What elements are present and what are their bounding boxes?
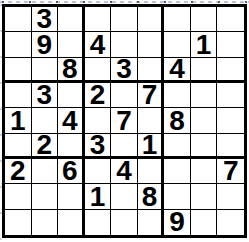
- cell-r4c9[interactable]: [217, 83, 244, 108]
- cell-r7c7[interactable]: [164, 159, 191, 184]
- cell-r9c1[interactable]: [5, 210, 32, 235]
- cell-r9c7[interactable]: 9: [164, 210, 191, 235]
- cell-r4c4[interactable]: 2: [85, 83, 112, 108]
- cell-r1c5[interactable]: [111, 7, 138, 32]
- cell-r1c1[interactable]: [5, 7, 32, 32]
- sudoku-board: 394183432714782312647189: [2, 4, 247, 238]
- cell-r1c9[interactable]: [217, 7, 244, 32]
- cell-r5c4[interactable]: [85, 108, 112, 133]
- cell-r5c2[interactable]: [32, 108, 59, 133]
- cell-r9c3[interactable]: [58, 210, 85, 235]
- cell-r2c3[interactable]: [58, 32, 85, 57]
- cell-r6c9[interactable]: [217, 134, 244, 159]
- cell-r4c3[interactable]: [58, 83, 85, 108]
- cell-r4c7[interactable]: [164, 83, 191, 108]
- cell-r6c5[interactable]: [111, 134, 138, 159]
- cell-r7c1[interactable]: 2: [5, 159, 32, 184]
- cell-r1c4[interactable]: [85, 7, 112, 32]
- cell-r9c2[interactable]: [32, 210, 59, 235]
- cell-r6c3[interactable]: [58, 134, 85, 159]
- cell-r5c9[interactable]: [217, 108, 244, 133]
- cell-r7c6[interactable]: [138, 159, 165, 184]
- cell-r8c9[interactable]: [217, 184, 244, 209]
- cell-r3c3[interactable]: 8: [58, 58, 85, 83]
- cell-r8c8[interactable]: [191, 184, 218, 209]
- cell-r9c6[interactable]: [138, 210, 165, 235]
- cell-r8c7[interactable]: [164, 184, 191, 209]
- cell-r8c4[interactable]: 1: [85, 184, 112, 209]
- cutoff-gridline-remnant-top: [0, 1, 249, 3]
- cell-r4c1[interactable]: [5, 83, 32, 108]
- cell-r1c6[interactable]: [138, 7, 165, 32]
- cell-r2c7[interactable]: [164, 32, 191, 57]
- cell-r6c4[interactable]: 3: [85, 134, 112, 159]
- cell-r5c8[interactable]: [191, 108, 218, 133]
- cell-r1c3[interactable]: [58, 7, 85, 32]
- cell-r8c1[interactable]: [5, 184, 32, 209]
- cell-r6c1[interactable]: [5, 134, 32, 159]
- cell-r9c8[interactable]: [191, 210, 218, 235]
- cell-r3c5[interactable]: 3: [111, 58, 138, 83]
- cell-r8c3[interactable]: [58, 184, 85, 209]
- cell-r5c1[interactable]: 1: [5, 108, 32, 133]
- cell-r8c6[interactable]: 8: [138, 184, 165, 209]
- cell-r3c1[interactable]: [5, 58, 32, 83]
- cell-r1c8[interactable]: [191, 7, 218, 32]
- cell-r2c2[interactable]: 9: [32, 32, 59, 57]
- cell-r6c8[interactable]: [191, 134, 218, 159]
- cell-r7c8[interactable]: [191, 159, 218, 184]
- cell-r4c8[interactable]: [191, 83, 218, 108]
- cell-r5c6[interactable]: [138, 108, 165, 133]
- cell-r2c9[interactable]: [217, 32, 244, 57]
- cell-r8c2[interactable]: [32, 184, 59, 209]
- cell-r2c8[interactable]: 1: [191, 32, 218, 57]
- cell-r3c6[interactable]: [138, 58, 165, 83]
- cell-r9c9[interactable]: [217, 210, 244, 235]
- cell-r4c6[interactable]: 7: [138, 83, 165, 108]
- cell-r7c4[interactable]: [85, 159, 112, 184]
- cell-r3c8[interactable]: [191, 58, 218, 83]
- cell-r2c1[interactable]: [5, 32, 32, 57]
- cell-r6c2[interactable]: 2: [32, 134, 59, 159]
- cell-r7c3[interactable]: 6: [58, 159, 85, 184]
- cell-r7c5[interactable]: 4: [111, 159, 138, 184]
- cell-r3c7[interactable]: 4: [164, 58, 191, 83]
- cell-r3c2[interactable]: [32, 58, 59, 83]
- cell-r3c9[interactable]: [217, 58, 244, 83]
- cell-r4c5[interactable]: [111, 83, 138, 108]
- cell-r5c3[interactable]: 4: [58, 108, 85, 133]
- cell-r2c5[interactable]: [111, 32, 138, 57]
- cell-r4c2[interactable]: 3: [32, 83, 59, 108]
- cell-r5c7[interactable]: 8: [164, 108, 191, 133]
- cell-r7c9[interactable]: 7: [217, 159, 244, 184]
- cell-r3c4[interactable]: [85, 58, 112, 83]
- cell-r1c2[interactable]: 3: [32, 7, 59, 32]
- cell-r9c4[interactable]: [85, 210, 112, 235]
- cell-r2c4[interactable]: 4: [85, 32, 112, 57]
- cell-r6c6[interactable]: 1: [138, 134, 165, 159]
- cell-r7c2[interactable]: [32, 159, 59, 184]
- cell-r8c5[interactable]: [111, 184, 138, 209]
- cell-r5c5[interactable]: 7: [111, 108, 138, 133]
- cell-r2c6[interactable]: [138, 32, 165, 57]
- cell-r1c7[interactable]: [164, 7, 191, 32]
- cell-r9c5[interactable]: [111, 210, 138, 235]
- cell-r6c7[interactable]: [164, 134, 191, 159]
